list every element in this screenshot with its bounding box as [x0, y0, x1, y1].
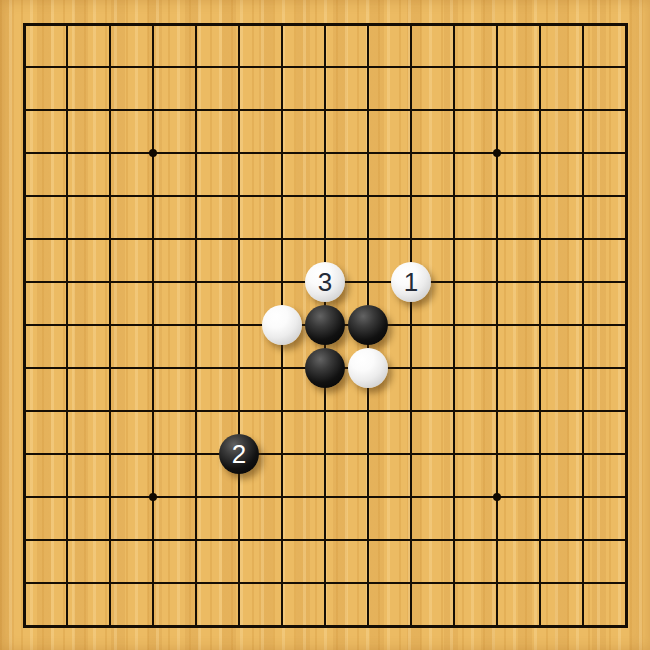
star-point	[149, 493, 157, 501]
star-point	[149, 149, 157, 157]
stone-black	[305, 348, 345, 388]
stone-white	[262, 305, 302, 345]
grid-line-horizontal	[23, 410, 628, 412]
grid-line-vertical	[582, 23, 584, 628]
star-point	[493, 149, 501, 157]
grid-line-vertical	[539, 23, 541, 628]
grid-line-horizontal	[23, 582, 628, 584]
move-number-label: 2	[232, 441, 246, 467]
stone-white: 3	[305, 262, 345, 302]
stone-white	[348, 348, 388, 388]
star-point	[493, 493, 501, 501]
stone-black: 2	[219, 434, 259, 474]
move-number-label: 3	[318, 269, 332, 295]
grid-line-horizontal	[23, 496, 628, 498]
grid-line-horizontal	[23, 539, 628, 541]
stone-black	[348, 305, 388, 345]
stone-white: 1	[391, 262, 431, 302]
move-number-label: 1	[404, 269, 418, 295]
grid-line-vertical	[625, 23, 628, 628]
go-board[interactable]: 312	[0, 0, 650, 650]
go-game-screenshot: 312	[0, 0, 650, 650]
grid-line-vertical	[453, 23, 455, 628]
grid-line-horizontal	[23, 625, 628, 628]
grid-line-vertical	[496, 23, 498, 628]
grid-line-vertical	[410, 23, 412, 628]
stone-black	[305, 305, 345, 345]
grid-line-horizontal	[23, 453, 628, 455]
